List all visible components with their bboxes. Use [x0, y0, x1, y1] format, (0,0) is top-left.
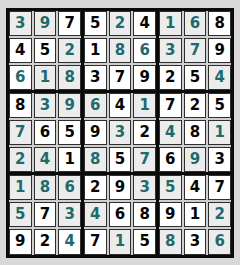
cell-r2c9[interactable]: 9: [208, 38, 231, 63]
cell-r9c3[interactable]: 4: [58, 229, 81, 254]
cell-r7c3[interactable]: 6: [58, 175, 81, 200]
cell-r4c8[interactable]: 2: [184, 93, 207, 118]
cell-r8c4[interactable]: 4: [84, 202, 107, 227]
sudoku-box-6: 725481693: [159, 93, 231, 172]
cell-r7c4[interactable]: 2: [84, 175, 107, 200]
cell-r2c1[interactable]: 4: [9, 38, 32, 63]
cell-r9c1[interactable]: 9: [9, 229, 32, 254]
cell-r4c3[interactable]: 9: [58, 93, 81, 118]
cell-r2c2[interactable]: 5: [34, 38, 57, 63]
cell-r5c4[interactable]: 9: [84, 120, 107, 145]
cell-r3c9[interactable]: 4: [208, 65, 231, 90]
cell-r5c1[interactable]: 7: [9, 120, 32, 145]
cell-r8c5[interactable]: 6: [109, 202, 132, 227]
sudoku-box-1: 397452618: [9, 11, 81, 90]
cell-r1c9[interactable]: 8: [208, 11, 231, 36]
sudoku-box-2: 524186379: [84, 11, 156, 90]
cell-r8c9[interactable]: 2: [208, 202, 231, 227]
cell-r5c6[interactable]: 2: [133, 120, 156, 145]
cell-r3c8[interactable]: 5: [184, 65, 207, 90]
cell-r5c7[interactable]: 4: [159, 120, 182, 145]
cell-r9c8[interactable]: 3: [184, 229, 207, 254]
cell-r2c5[interactable]: 8: [109, 38, 132, 63]
sudoku-box-4: 839765241: [9, 93, 81, 172]
cell-r3c3[interactable]: 8: [58, 65, 81, 90]
cell-r3c6[interactable]: 9: [133, 65, 156, 90]
cell-r8c3[interactable]: 3: [58, 202, 81, 227]
cell-r6c2[interactable]: 4: [34, 147, 57, 172]
cell-r4c7[interactable]: 7: [159, 93, 182, 118]
cell-r3c2[interactable]: 1: [34, 65, 57, 90]
cell-r1c8[interactable]: 6: [184, 11, 207, 36]
cell-r4c5[interactable]: 4: [109, 93, 132, 118]
cell-r6c3[interactable]: 1: [58, 147, 81, 172]
cell-r4c2[interactable]: 3: [34, 93, 57, 118]
cell-r5c9[interactable]: 1: [208, 120, 231, 145]
cell-r8c2[interactable]: 7: [34, 202, 57, 227]
cell-r8c7[interactable]: 9: [159, 202, 182, 227]
cell-r8c8[interactable]: 1: [184, 202, 207, 227]
cell-r6c5[interactable]: 5: [109, 147, 132, 172]
cell-r9c7[interactable]: 8: [159, 229, 182, 254]
cell-r5c2[interactable]: 6: [34, 120, 57, 145]
cell-r7c2[interactable]: 8: [34, 175, 57, 200]
cell-r7c1[interactable]: 1: [9, 175, 32, 200]
cell-r4c4[interactable]: 6: [84, 93, 107, 118]
cell-r9c9[interactable]: 6: [208, 229, 231, 254]
cell-r6c9[interactable]: 3: [208, 147, 231, 172]
sudoku-box-5: 641932857: [84, 93, 156, 172]
sudoku-board: 3974526185241863791683792548397652416419…: [6, 8, 234, 258]
cell-r1c1[interactable]: 3: [9, 11, 32, 36]
cell-r6c1[interactable]: 2: [9, 147, 32, 172]
cell-r2c4[interactable]: 1: [84, 38, 107, 63]
cell-r3c7[interactable]: 2: [159, 65, 182, 90]
cell-r2c6[interactable]: 6: [133, 38, 156, 63]
cell-r7c7[interactable]: 5: [159, 175, 182, 200]
cell-r7c6[interactable]: 3: [133, 175, 156, 200]
cell-r9c6[interactable]: 5: [133, 229, 156, 254]
cell-r8c6[interactable]: 8: [133, 202, 156, 227]
cell-r4c9[interactable]: 5: [208, 93, 231, 118]
cell-r9c4[interactable]: 7: [84, 229, 107, 254]
cell-r6c4[interactable]: 8: [84, 147, 107, 172]
cell-r3c5[interactable]: 7: [109, 65, 132, 90]
sudoku-box-7: 186573924: [9, 175, 81, 254]
sudoku-box-3: 168379254: [159, 11, 231, 90]
cell-r7c8[interactable]: 4: [184, 175, 207, 200]
cell-r9c2[interactable]: 2: [34, 229, 57, 254]
cell-r1c6[interactable]: 4: [133, 11, 156, 36]
cell-r2c3[interactable]: 2: [58, 38, 81, 63]
cell-r2c8[interactable]: 7: [184, 38, 207, 63]
cell-r4c1[interactable]: 8: [9, 93, 32, 118]
cell-r5c8[interactable]: 8: [184, 120, 207, 145]
cell-r6c8[interactable]: 9: [184, 147, 207, 172]
cell-r1c3[interactable]: 7: [58, 11, 81, 36]
cell-r3c4[interactable]: 3: [84, 65, 107, 90]
cell-r7c5[interactable]: 9: [109, 175, 132, 200]
cell-r5c5[interactable]: 3: [109, 120, 132, 145]
cell-r6c6[interactable]: 7: [133, 147, 156, 172]
cell-r8c1[interactable]: 5: [9, 202, 32, 227]
cell-r1c7[interactable]: 1: [159, 11, 182, 36]
cell-r7c9[interactable]: 7: [208, 175, 231, 200]
cell-r1c2[interactable]: 9: [34, 11, 57, 36]
cell-r5c3[interactable]: 5: [58, 120, 81, 145]
window-background: 3974526185241863791683792548397652416419…: [0, 0, 240, 265]
sudoku-box-9: 547912836: [159, 175, 231, 254]
cell-r6c7[interactable]: 6: [159, 147, 182, 172]
cell-r9c5[interactable]: 1: [109, 229, 132, 254]
cell-r3c1[interactable]: 6: [9, 65, 32, 90]
cell-r4c6[interactable]: 1: [133, 93, 156, 118]
sudoku-box-8: 293468715: [84, 175, 156, 254]
cell-r1c4[interactable]: 5: [84, 11, 107, 36]
cell-r1c5[interactable]: 2: [109, 11, 132, 36]
cell-r2c7[interactable]: 3: [159, 38, 182, 63]
